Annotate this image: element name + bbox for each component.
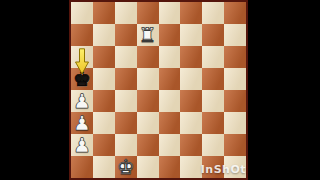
- square-h8[interactable]: [224, 2, 246, 24]
- square-f3[interactable]: [180, 112, 202, 134]
- square-d5[interactable]: [137, 68, 159, 90]
- square-f5[interactable]: [180, 68, 202, 90]
- square-b3[interactable]: [93, 112, 115, 134]
- square-c6[interactable]: [115, 46, 137, 68]
- square-f4[interactable]: [180, 90, 202, 112]
- square-b5[interactable]: [93, 68, 115, 90]
- square-d6[interactable]: [137, 46, 159, 68]
- square-h3[interactable]: [224, 112, 246, 134]
- square-e3[interactable]: [159, 112, 181, 134]
- square-g4[interactable]: [202, 90, 224, 112]
- square-f1[interactable]: [180, 156, 202, 178]
- white-pawn[interactable]: ♟: [73, 112, 91, 134]
- square-c1[interactable]: ♚: [115, 156, 137, 178]
- square-e4[interactable]: [159, 90, 181, 112]
- square-a3[interactable]: ♟: [71, 112, 93, 134]
- square-c7[interactable]: [115, 24, 137, 46]
- black-king[interactable]: ♚: [73, 68, 91, 90]
- square-e5[interactable]: [159, 68, 181, 90]
- square-a4[interactable]: ♟: [71, 90, 93, 112]
- square-e1[interactable]: [159, 156, 181, 178]
- square-c3[interactable]: [115, 112, 137, 134]
- square-h4[interactable]: [224, 90, 246, 112]
- square-g6[interactable]: [202, 46, 224, 68]
- square-a7[interactable]: [71, 24, 93, 46]
- square-d7[interactable]: ♜: [137, 24, 159, 46]
- square-b7[interactable]: [93, 24, 115, 46]
- square-h2[interactable]: [224, 134, 246, 156]
- square-g8[interactable]: [202, 2, 224, 24]
- square-d3[interactable]: [137, 112, 159, 134]
- square-a6[interactable]: [71, 46, 93, 68]
- square-g5[interactable]: [202, 68, 224, 90]
- square-b2[interactable]: [93, 134, 115, 156]
- square-c4[interactable]: [115, 90, 137, 112]
- square-e2[interactable]: [159, 134, 181, 156]
- chess-board: ♜♚♟♟♟♚: [69, 0, 248, 180]
- square-g2[interactable]: [202, 134, 224, 156]
- square-g7[interactable]: [202, 24, 224, 46]
- square-d2[interactable]: [137, 134, 159, 156]
- square-b8[interactable]: [93, 2, 115, 24]
- white-rook[interactable]: ♜: [139, 24, 157, 46]
- square-e7[interactable]: [159, 24, 181, 46]
- square-f6[interactable]: [180, 46, 202, 68]
- square-c8[interactable]: [115, 2, 137, 24]
- square-h5[interactable]: [224, 68, 246, 90]
- square-d1[interactable]: [137, 156, 159, 178]
- white-pawn[interactable]: ♟: [73, 90, 91, 112]
- square-f8[interactable]: [180, 2, 202, 24]
- square-c2[interactable]: [115, 134, 137, 156]
- square-d4[interactable]: [137, 90, 159, 112]
- square-a2[interactable]: ♟: [71, 134, 93, 156]
- square-f7[interactable]: [180, 24, 202, 46]
- square-e8[interactable]: [159, 2, 181, 24]
- square-c5[interactable]: [115, 68, 137, 90]
- square-f2[interactable]: [180, 134, 202, 156]
- square-b4[interactable]: [93, 90, 115, 112]
- square-b6[interactable]: [93, 46, 115, 68]
- square-g3[interactable]: [202, 112, 224, 134]
- white-king[interactable]: ♚: [117, 156, 135, 178]
- video-frame: ♜♚♟♟♟♚ InShOt: [0, 0, 320, 180]
- white-pawn[interactable]: ♟: [73, 134, 91, 156]
- square-a1[interactable]: [71, 156, 93, 178]
- square-a8[interactable]: [71, 2, 93, 24]
- square-h6[interactable]: [224, 46, 246, 68]
- square-e6[interactable]: [159, 46, 181, 68]
- square-b1[interactable]: [93, 156, 115, 178]
- square-d8[interactable]: [137, 2, 159, 24]
- watermark: InShOt: [201, 163, 246, 176]
- square-h7[interactable]: [224, 24, 246, 46]
- square-a5[interactable]: ♚: [71, 68, 93, 90]
